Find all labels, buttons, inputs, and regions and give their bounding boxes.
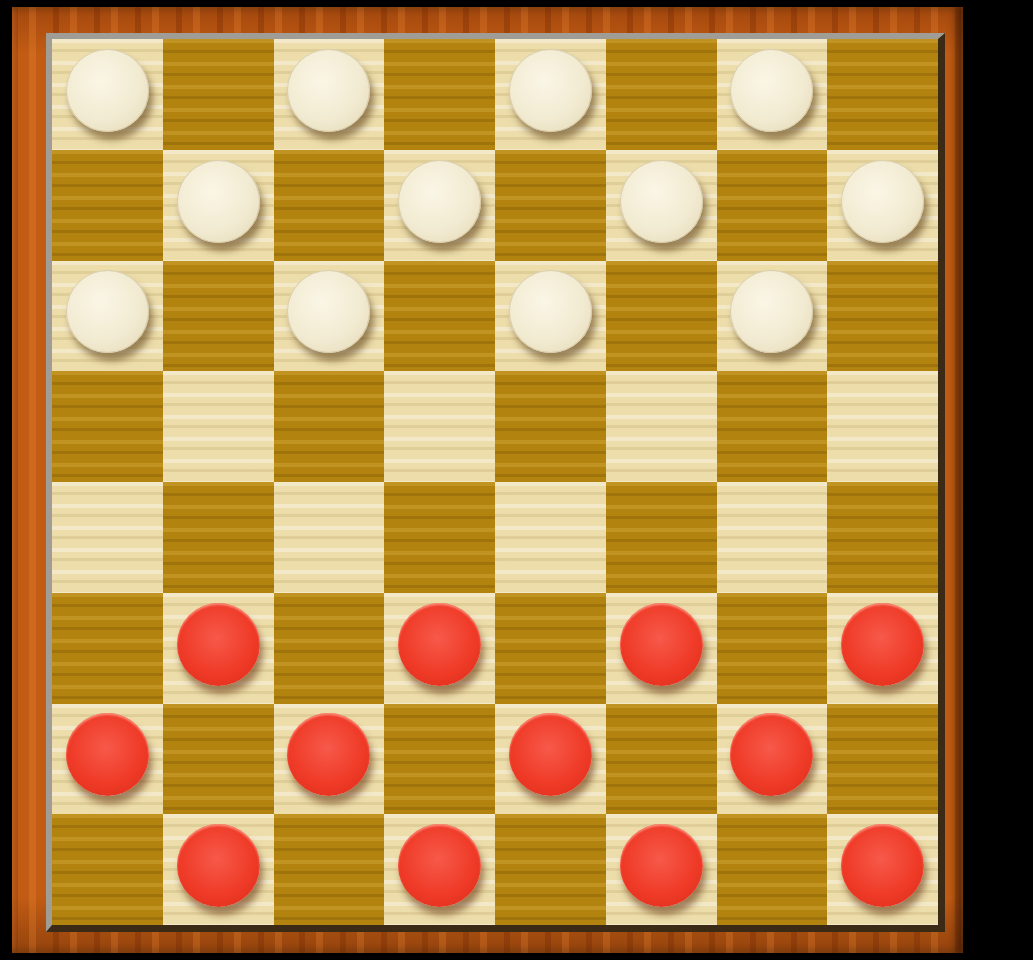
square-g5 [717, 371, 828, 482]
white-checker[interactable] [841, 160, 924, 243]
white-checker[interactable] [66, 49, 149, 132]
square-c1 [274, 814, 385, 925]
square-g7 [717, 150, 828, 261]
white-checker[interactable] [509, 49, 592, 132]
square-h5[interactable] [827, 371, 938, 482]
square-b1[interactable] [163, 814, 274, 925]
square-b8 [163, 39, 274, 150]
checkers-board [52, 39, 938, 925]
square-f7[interactable] [606, 150, 717, 261]
square-h1[interactable] [827, 814, 938, 925]
red-checker[interactable] [730, 713, 813, 796]
game-background [0, 0, 1033, 960]
white-checker[interactable] [398, 160, 481, 243]
square-d4 [384, 482, 495, 593]
square-h4 [827, 482, 938, 593]
white-checker[interactable] [730, 270, 813, 353]
square-e7 [495, 150, 606, 261]
square-b6 [163, 261, 274, 372]
red-checker[interactable] [841, 603, 924, 686]
board-border [46, 33, 945, 932]
square-g2[interactable] [717, 704, 828, 815]
square-e6[interactable] [495, 261, 606, 372]
square-c5 [274, 371, 385, 482]
red-checker[interactable] [398, 603, 481, 686]
square-a7 [52, 150, 163, 261]
square-h7[interactable] [827, 150, 938, 261]
square-e3 [495, 593, 606, 704]
square-e2[interactable] [495, 704, 606, 815]
square-a4[interactable] [52, 482, 163, 593]
square-f1[interactable] [606, 814, 717, 925]
square-c2[interactable] [274, 704, 385, 815]
square-f3[interactable] [606, 593, 717, 704]
white-checker[interactable] [66, 270, 149, 353]
square-d1[interactable] [384, 814, 495, 925]
square-f6 [606, 261, 717, 372]
white-checker[interactable] [620, 160, 703, 243]
square-h2 [827, 704, 938, 815]
square-d7[interactable] [384, 150, 495, 261]
red-checker[interactable] [177, 603, 260, 686]
white-checker[interactable] [287, 270, 370, 353]
square-a5 [52, 371, 163, 482]
red-checker[interactable] [841, 824, 924, 907]
red-checker[interactable] [509, 713, 592, 796]
square-b5[interactable] [163, 371, 274, 482]
square-g1 [717, 814, 828, 925]
square-a6[interactable] [52, 261, 163, 372]
square-d8 [384, 39, 495, 150]
red-checker[interactable] [177, 824, 260, 907]
square-c6[interactable] [274, 261, 385, 372]
white-checker[interactable] [287, 49, 370, 132]
red-checker[interactable] [66, 713, 149, 796]
square-f4 [606, 482, 717, 593]
square-a3 [52, 593, 163, 704]
square-c8[interactable] [274, 39, 385, 150]
square-a8[interactable] [52, 39, 163, 150]
square-c4[interactable] [274, 482, 385, 593]
square-e1 [495, 814, 606, 925]
square-f5[interactable] [606, 371, 717, 482]
red-checker[interactable] [620, 603, 703, 686]
square-g8[interactable] [717, 39, 828, 150]
square-a2[interactable] [52, 704, 163, 815]
square-c7 [274, 150, 385, 261]
square-f2 [606, 704, 717, 815]
square-g4[interactable] [717, 482, 828, 593]
square-a1 [52, 814, 163, 925]
square-g3 [717, 593, 828, 704]
square-h3[interactable] [827, 593, 938, 704]
square-d2 [384, 704, 495, 815]
square-e8[interactable] [495, 39, 606, 150]
square-h8 [827, 39, 938, 150]
red-checker[interactable] [287, 713, 370, 796]
square-d3[interactable] [384, 593, 495, 704]
square-h6 [827, 261, 938, 372]
square-d6 [384, 261, 495, 372]
white-checker[interactable] [730, 49, 813, 132]
square-b3[interactable] [163, 593, 274, 704]
red-checker[interactable] [398, 824, 481, 907]
square-e4[interactable] [495, 482, 606, 593]
square-e5 [495, 371, 606, 482]
white-checker[interactable] [177, 160, 260, 243]
white-checker[interactable] [509, 270, 592, 353]
square-b2 [163, 704, 274, 815]
square-b4 [163, 482, 274, 593]
square-b7[interactable] [163, 150, 274, 261]
red-checker[interactable] [620, 824, 703, 907]
square-d5[interactable] [384, 371, 495, 482]
square-g6[interactable] [717, 261, 828, 372]
square-f8 [606, 39, 717, 150]
board-frame [12, 7, 963, 953]
square-c3 [274, 593, 385, 704]
